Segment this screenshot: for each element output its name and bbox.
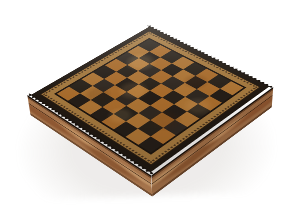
photo-scene xyxy=(0,0,290,214)
